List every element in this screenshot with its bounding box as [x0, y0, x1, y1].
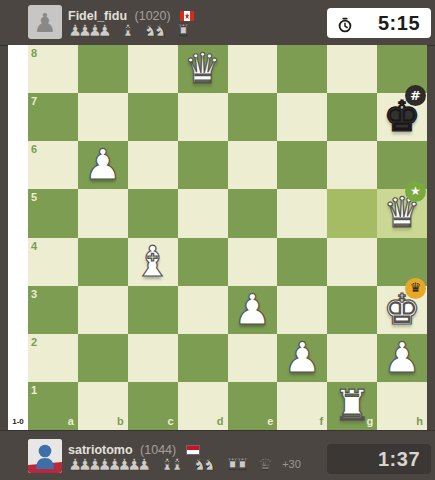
square-b5[interactable]	[78, 189, 128, 237]
rank-label-7: 7	[31, 96, 37, 107]
square-e7[interactable]	[228, 93, 278, 141]
square-a2[interactable]: 2	[28, 334, 78, 382]
square-b8[interactable]	[78, 45, 128, 93]
square-c2[interactable]	[128, 334, 178, 382]
rank-label-5: 5	[31, 192, 37, 203]
square-a5[interactable]: 5	[28, 189, 78, 237]
white-pawn-f2: ♟	[277, 334, 327, 382]
square-a1[interactable]: 1a	[28, 382, 78, 430]
file-label-f: f	[320, 416, 324, 427]
captured-rooks: ♜♜	[225, 455, 245, 474]
square-e3[interactable]: ♟	[228, 286, 278, 334]
rank-label-2: 2	[31, 337, 37, 348]
evaluation-bar: 1-0	[8, 45, 28, 430]
square-g2[interactable]	[327, 334, 377, 382]
square-d7[interactable]	[178, 93, 228, 141]
square-e5[interactable]	[228, 189, 278, 237]
square-c5[interactable]	[128, 189, 178, 237]
square-d3[interactable]	[178, 286, 228, 334]
captured-knights: ♞♞	[193, 455, 213, 474]
file-label-e: e	[267, 416, 273, 427]
white-queen-d8: ♛	[178, 45, 228, 93]
square-d6[interactable]	[178, 141, 228, 189]
captured-pawns: ♟♟♟♟♟♟♟♟	[68, 455, 147, 474]
square-e2[interactable]	[228, 334, 278, 382]
clock-icon	[337, 15, 353, 38]
captured-bishops: ♝♝	[160, 455, 180, 474]
square-f6[interactable]	[277, 141, 327, 189]
square-h2[interactable]: ♟	[377, 334, 427, 382]
square-b2[interactable]	[78, 334, 128, 382]
square-e8[interactable]	[228, 45, 278, 93]
white-pawn-b6: ♟	[78, 141, 128, 189]
bottom-captured-pieces: ♟♟♟♟♟♟♟♟ ♝♝ ♞♞ ♜♜ ♛ +30	[68, 455, 301, 474]
square-f4[interactable]	[277, 238, 327, 286]
file-label-a: a	[68, 416, 74, 427]
profile-photo-image	[28, 439, 62, 473]
default-avatar-pawn-icon: ♟	[28, 5, 62, 39]
bottom-player-bar: satriotomo (1044) ♟♟♟♟♟♟♟♟ ♝♝ ♞♞ ♜♜ ♛ +3…	[0, 430, 435, 480]
square-f3[interactable]	[277, 286, 327, 334]
square-c8[interactable]	[128, 45, 178, 93]
checkmate-badge-icon: #	[405, 85, 426, 106]
square-b6[interactable]: ♟	[78, 141, 128, 189]
white-bishop-c4: ♝	[128, 238, 178, 286]
square-e4[interactable]	[228, 238, 278, 286]
square-f7[interactable]	[277, 93, 327, 141]
canada-flag-icon	[180, 11, 194, 21]
square-g1[interactable]: g♜	[327, 382, 377, 430]
captured-rooks: ♜	[176, 21, 186, 40]
square-c4[interactable]: ♝	[128, 238, 178, 286]
white-pawn-e3: ♟	[228, 286, 278, 334]
square-f2[interactable]: ♟	[277, 334, 327, 382]
winner-badge-icon: ♛	[405, 278, 426, 299]
square-c1[interactable]: c	[128, 382, 178, 430]
indonesia-flag-icon	[186, 445, 200, 455]
best-badge-icon: ★	[405, 181, 426, 202]
top-captured-pieces: ♟♟♟♟ ♝ ♞♞ ♜	[68, 21, 194, 40]
file-label-h: h	[416, 416, 423, 427]
square-b7[interactable]	[78, 93, 128, 141]
top-clock-time: 5:15	[378, 12, 420, 35]
square-g8[interactable]	[327, 45, 377, 93]
square-b4[interactable]	[78, 238, 128, 286]
top-player-bar: ♟ Fidel_fidu (1020) ♟♟♟♟ ♝ ♞♞ ♜ 5:15	[0, 0, 435, 46]
file-label-g: g	[366, 416, 373, 427]
bottom-player-avatar[interactable]	[28, 439, 62, 473]
bottom-player-clock: 1:37	[327, 444, 431, 474]
captured-queens: ♛	[258, 455, 268, 474]
chess-app-screen: ♟ Fidel_fidu (1020) ♟♟♟♟ ♝ ♞♞ ♜ 5:15	[0, 0, 435, 480]
top-player-avatar[interactable]: ♟	[28, 5, 62, 39]
rank-label-8: 8	[31, 48, 37, 59]
square-c6[interactable]	[128, 141, 178, 189]
square-f5[interactable]	[277, 189, 327, 237]
chess-board[interactable]: 8♛7♚#6♟5♛★4♝3♟♚♛2♟♟1abcdefg♜h	[28, 45, 427, 430]
rank-label-4: 4	[31, 241, 37, 252]
game-result: 1-0	[8, 417, 28, 426]
square-d5[interactable]	[178, 189, 228, 237]
square-g7[interactable]	[327, 93, 377, 141]
file-label-b: b	[117, 416, 124, 427]
square-h3[interactable]: ♚♛	[377, 286, 427, 334]
square-c7[interactable]	[128, 93, 178, 141]
square-h1[interactable]: h	[377, 382, 427, 430]
square-c3[interactable]	[128, 286, 178, 334]
square-g5[interactable]	[327, 189, 377, 237]
white-pawn-h2: ♟	[377, 334, 427, 382]
square-a3[interactable]: 3	[28, 286, 78, 334]
square-a4[interactable]: 4	[28, 238, 78, 286]
square-g6[interactable]	[327, 141, 377, 189]
captured-knights: ♞♞	[143, 21, 163, 40]
square-a6[interactable]: 6	[28, 141, 78, 189]
square-g3[interactable]	[327, 286, 377, 334]
file-label-d: d	[217, 416, 224, 427]
square-d1[interactable]: d	[178, 382, 228, 430]
square-e6[interactable]	[228, 141, 278, 189]
top-player-clock: 5:15	[327, 8, 431, 38]
square-f1[interactable]: f	[277, 382, 327, 430]
square-d8[interactable]: ♛	[178, 45, 228, 93]
rank-label-1: 1	[31, 385, 37, 396]
square-b1[interactable]: b	[78, 382, 128, 430]
square-d4[interactable]	[178, 238, 228, 286]
square-a8[interactable]: 8	[28, 45, 78, 93]
material-advantage: +30	[282, 458, 301, 470]
square-d2[interactable]	[178, 334, 228, 382]
rank-label-6: 6	[31, 144, 37, 155]
square-g4[interactable]	[327, 238, 377, 286]
captured-bishops: ♝	[120, 21, 130, 40]
bottom-clock-time: 1:37	[378, 448, 420, 471]
captured-pawns: ♟♟♟♟	[68, 21, 107, 40]
square-b3[interactable]	[78, 286, 128, 334]
square-h7[interactable]: ♚#	[377, 93, 427, 141]
rank-label-3: 3	[31, 289, 37, 300]
square-f8[interactable]	[277, 45, 327, 93]
square-e1[interactable]: e	[228, 382, 278, 430]
square-a7[interactable]: 7	[28, 93, 78, 141]
square-h5[interactable]: ♛★	[377, 189, 427, 237]
file-label-c: c	[168, 416, 174, 427]
